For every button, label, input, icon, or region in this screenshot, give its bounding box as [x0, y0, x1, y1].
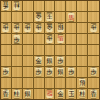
square-1e[interactable] — [88, 45, 99, 56]
sente-piece-8i[interactable]: 桂 — [12, 89, 21, 99]
sente-piece-6g[interactable]: 歩 — [34, 67, 43, 77]
square-5b[interactable]: 玉 — [45, 12, 56, 23]
square-8f[interactable] — [12, 56, 23, 67]
square-5e[interactable] — [45, 45, 56, 56]
square-3c[interactable] — [66, 23, 77, 34]
piece-glyph: 桂 — [14, 1, 20, 10]
piece-glyph: 香 — [3, 90, 9, 99]
square-5d[interactable]: 歩 — [45, 34, 56, 45]
square-1a[interactable] — [88, 1, 99, 12]
square-7g[interactable] — [23, 67, 34, 78]
gote-piece-9a[interactable]: 香 — [1, 1, 10, 11]
promoted-gote-piece-5i[interactable]: 龍 — [45, 89, 54, 99]
square-1f[interactable] — [88, 56, 99, 67]
piece-glyph: 金 — [46, 23, 52, 32]
square-9e[interactable] — [1, 45, 12, 56]
square-1g[interactable]: 歩 — [88, 67, 99, 78]
piece-glyph: 銀 — [57, 67, 63, 76]
square-6b[interactable]: 金 — [34, 12, 45, 23]
square-9f[interactable] — [1, 56, 12, 67]
square-3d[interactable] — [66, 34, 77, 45]
piece-glyph: 歩 — [35, 23, 41, 32]
piece-glyph: 歩 — [24, 23, 30, 32]
sente-piece-2h[interactable]: 飛 — [78, 78, 87, 88]
gote-piece-5c[interactable]: 金 — [45, 23, 54, 33]
piece-glyph: 馬 — [57, 34, 63, 43]
square-9a[interactable]: 香 — [1, 1, 12, 12]
sente-piece-6f[interactable]: 金 — [34, 56, 43, 66]
square-8h[interactable] — [12, 78, 23, 89]
gote-piece-8c[interactable]: 歩 — [12, 23, 21, 33]
piece-glyph: 歩 — [3, 23, 9, 32]
square-6a[interactable] — [34, 1, 45, 12]
piece-glyph: 金 — [35, 56, 41, 65]
square-2f[interactable] — [77, 56, 88, 67]
square-3a[interactable] — [66, 1, 77, 12]
sente-piece-1i[interactable]: 香 — [89, 89, 98, 99]
square-8g[interactable] — [12, 67, 23, 78]
square-5c[interactable]: 金 — [45, 23, 56, 34]
piece-glyph: 金 — [35, 12, 41, 21]
piece-glyph: 歩 — [14, 35, 20, 44]
square-6i[interactable] — [34, 89, 45, 100]
square-9g[interactable]: 歩 — [1, 67, 12, 78]
sente-piece-9i[interactable]: 香 — [1, 89, 10, 99]
piece-glyph: 歩 — [90, 67, 96, 76]
square-3g[interactable]: 歩 — [66, 67, 77, 78]
sente-piece-7i[interactable]: 銀 — [23, 89, 32, 99]
piece-glyph: 歩 — [46, 67, 52, 76]
square-1i[interactable]: 香 — [88, 89, 99, 100]
square-4f[interactable]: 歩 — [55, 56, 66, 67]
piece-glyph: 金 — [57, 90, 63, 99]
square-7b[interactable] — [23, 12, 34, 23]
square-2e[interactable] — [77, 45, 88, 56]
square-2a[interactable] — [77, 1, 88, 12]
piece-glyph: 玉 — [68, 90, 74, 99]
gote-piece-5b[interactable]: 玉 — [45, 12, 54, 22]
square-6c[interactable]: 歩 — [34, 23, 45, 34]
sente-piece-2i[interactable]: 桂 — [78, 89, 87, 99]
square-5f[interactable]: 銀 — [45, 56, 56, 67]
promoted-sente-piece-3b[interactable]: 馬 — [67, 12, 76, 22]
piece-glyph: 銀 — [24, 90, 30, 99]
square-7h[interactable] — [23, 78, 34, 89]
square-9c[interactable]: 歩 — [1, 23, 12, 34]
square-9b[interactable] — [1, 12, 12, 23]
square-2c[interactable] — [77, 23, 88, 34]
piece-glyph: 龍 — [46, 89, 52, 98]
square-4g[interactable]: 銀 — [55, 67, 66, 78]
square-3h[interactable] — [66, 78, 77, 89]
gote-piece-9c[interactable]: 歩 — [1, 23, 10, 33]
square-6f[interactable]: 金 — [34, 56, 45, 67]
sente-piece-5f[interactable]: 銀 — [45, 56, 54, 66]
square-3b[interactable]: 馬 — [66, 12, 77, 23]
square-5g[interactable]: 歩 — [45, 67, 56, 78]
piece-glyph: 飛 — [79, 78, 85, 87]
sente-piece-9g[interactable]: 歩 — [1, 67, 10, 77]
piece-glyph: 歩 — [3, 67, 9, 76]
sente-piece-4f[interactable]: 歩 — [56, 56, 65, 66]
square-7i[interactable]: 銀 — [23, 89, 34, 100]
piece-glyph: 歩 — [68, 67, 74, 76]
promoted-gote-piece-4d[interactable]: 馬 — [56, 34, 65, 44]
gote-piece-8a[interactable]: 桂 — [12, 1, 21, 11]
square-1d[interactable] — [88, 34, 99, 45]
square-3i[interactable]: 玉 — [66, 89, 77, 100]
square-5h[interactable] — [45, 78, 56, 89]
square-4c[interactable]: 銀 — [55, 23, 66, 34]
sente-piece-5g[interactable]: 歩 — [45, 67, 54, 77]
sente-piece-1g[interactable]: 歩 — [89, 67, 98, 77]
piece-glyph: 歩 — [46, 34, 52, 43]
square-8a[interactable]: 桂 — [12, 1, 23, 12]
piece-glyph: 香 — [3, 1, 9, 10]
piece-glyph: 馬 — [68, 13, 74, 22]
piece-glyph: 玉 — [46, 12, 52, 21]
piece-glyph: 銀 — [46, 56, 52, 65]
square-9h[interactable] — [1, 78, 12, 89]
gote-piece-1c[interactable]: 歩 — [89, 23, 98, 33]
square-6d[interactable] — [34, 34, 45, 45]
square-2h[interactable]: 飛 — [77, 78, 88, 89]
square-9d[interactable] — [1, 34, 12, 45]
square-5i[interactable]: 龍 — [45, 89, 56, 100]
piece-glyph: 歩 — [57, 56, 63, 65]
square-8d[interactable]: 歩 — [12, 34, 23, 45]
piece-glyph: 桂 — [79, 90, 85, 99]
square-7e[interactable] — [23, 45, 34, 56]
piece-glyph: 歩 — [35, 67, 41, 76]
square-1b[interactable] — [88, 12, 99, 23]
square-2d[interactable] — [77, 34, 88, 45]
piece-glyph: 香 — [90, 90, 96, 99]
square-8b[interactable] — [12, 12, 23, 23]
sente-piece-4i[interactable]: 金 — [56, 89, 65, 99]
square-3f[interactable] — [66, 56, 77, 67]
square-6e[interactable] — [34, 45, 45, 56]
gote-piece-6b[interactable]: 金 — [34, 12, 43, 22]
square-4b[interactable] — [55, 12, 66, 23]
piece-glyph: 歩 — [90, 23, 96, 32]
square-2g[interactable] — [77, 67, 88, 78]
square-5a[interactable] — [45, 1, 56, 12]
square-1c[interactable]: 歩 — [88, 23, 99, 34]
sente-piece-3i[interactable]: 玉 — [67, 89, 76, 99]
square-7d[interactable] — [23, 34, 34, 45]
square-4d[interactable]: 馬 — [55, 34, 66, 45]
piece-glyph: 桂 — [14, 90, 20, 99]
square-6g[interactable]: 歩 — [34, 67, 45, 78]
gote-piece-7c[interactable]: 歩 — [23, 23, 32, 33]
square-7c[interactable]: 歩 — [23, 23, 34, 34]
square-4a[interactable] — [55, 1, 66, 12]
piece-glyph: 歩 — [14, 23, 20, 32]
square-4e[interactable] — [55, 45, 66, 56]
square-6h[interactable] — [34, 78, 45, 89]
gote-piece-6c[interactable]: 歩 — [34, 23, 43, 33]
square-1h[interactable] — [88, 78, 99, 89]
gote-piece-5d[interactable]: 歩 — [45, 34, 54, 44]
sente-piece-4g[interactable]: 銀 — [56, 67, 65, 77]
square-2i[interactable]: 桂 — [77, 89, 88, 100]
square-2b[interactable] — [77, 12, 88, 23]
square-8c[interactable]: 歩 — [12, 23, 23, 34]
square-7a[interactable] — [23, 1, 34, 12]
square-8i[interactable]: 桂 — [12, 89, 23, 100]
square-8e[interactable] — [12, 45, 23, 56]
sente-piece-3g[interactable]: 歩 — [67, 67, 76, 77]
sente-piece-8d[interactable]: 歩 — [12, 34, 21, 44]
gote-piece-4c[interactable]: 銀 — [56, 23, 65, 33]
square-7f[interactable] — [23, 56, 34, 67]
square-3e[interactable] — [66, 45, 77, 56]
piece-glyph: 銀 — [57, 23, 63, 32]
square-9i[interactable]: 香 — [1, 89, 12, 100]
shogi-board: 香桂金玉馬歩歩歩歩金銀歩歩歩馬金銀歩歩歩歩銀歩歩飛香桂銀龍金玉桂香 — [0, 0, 100, 100]
square-4h[interactable] — [55, 78, 66, 89]
square-4i[interactable]: 金 — [55, 89, 66, 100]
